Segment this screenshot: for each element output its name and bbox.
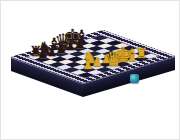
- white-rook: ♜: [135, 46, 148, 60]
- black-pawn: ♟: [56, 43, 67, 55]
- white-knight: ♞: [83, 50, 97, 66]
- black-pawn: ♟: [65, 41, 76, 53]
- white-pawn: ♟: [92, 56, 103, 68]
- black-queen: ♛: [54, 31, 72, 51]
- white-queen: ♛: [105, 49, 123, 69]
- white-pawn: ♟: [119, 48, 130, 60]
- white-pawn: ♟: [110, 51, 121, 63]
- white-pawn: ♟: [83, 59, 94, 71]
- black-king: ♚: [63, 27, 82, 48]
- black-pawn: ♟: [37, 49, 48, 61]
- black-knight: ♞: [38, 40, 52, 56]
- white-pawn: ♟: [101, 54, 112, 66]
- pieces-layer: ♜♞♝♛♚♝♟♟♟♟♟♞♟♟♟♟♟♛♚♝♜: [1, 1, 179, 139]
- white-bishop: ♝: [124, 46, 139, 63]
- black-bishop: ♝: [46, 36, 61, 53]
- black-pawn: ♟: [47, 46, 58, 58]
- black-bishop: ♝: [74, 28, 89, 45]
- black-rook: ♜: [29, 44, 42, 58]
- chess-set-photo: ♜♞♝♛♚♝♟♟♟♟♟♞♟♟♟♟♟♛♚♝♜: [0, 0, 180, 140]
- black-pawn: ♟: [74, 38, 85, 50]
- white-king: ♚: [113, 45, 132, 66]
